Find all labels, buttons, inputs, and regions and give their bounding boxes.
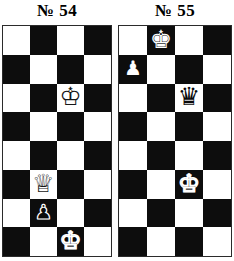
square-c7 xyxy=(57,55,84,84)
square-d6 xyxy=(203,84,231,113)
square-c7 xyxy=(175,55,203,84)
square-b3: ♕ xyxy=(30,170,57,199)
square-d1 xyxy=(84,227,111,256)
square-a2 xyxy=(119,199,147,228)
square-c2 xyxy=(175,199,203,228)
black-pawn-piece: ♟ xyxy=(35,202,53,222)
square-c4 xyxy=(175,141,203,170)
diagram-55-title: № 55 xyxy=(118,0,232,25)
square-c4 xyxy=(57,141,84,170)
black-king-piece: ♚ xyxy=(59,228,81,253)
square-d5 xyxy=(203,112,231,141)
square-c1: ♚ xyxy=(57,227,84,256)
square-b2 xyxy=(147,199,175,228)
square-c6: ♔ xyxy=(57,84,84,113)
square-d6 xyxy=(84,84,111,113)
square-a4 xyxy=(3,141,30,170)
white-king-piece: ♔ xyxy=(59,84,81,109)
square-a1 xyxy=(3,227,30,256)
square-b1 xyxy=(30,227,57,256)
diagram-54: № 54 ♔♕♟♚ xyxy=(2,0,112,257)
white-pawn-piece: ♟ xyxy=(124,58,142,78)
square-a6 xyxy=(3,84,30,113)
square-b7 xyxy=(147,55,175,84)
square-b8 xyxy=(30,26,57,55)
square-a5 xyxy=(119,112,147,141)
square-c3: ♚ xyxy=(175,170,203,199)
square-b4 xyxy=(30,141,57,170)
black-king-piece: ♚ xyxy=(178,171,200,196)
square-c5 xyxy=(57,112,84,141)
square-d5 xyxy=(84,112,111,141)
diagram-54-title: № 54 xyxy=(2,0,112,25)
square-b4 xyxy=(147,141,175,170)
square-a6 xyxy=(119,84,147,113)
square-d3 xyxy=(84,170,111,199)
square-d8 xyxy=(203,26,231,55)
square-c2 xyxy=(57,199,84,228)
square-a3 xyxy=(3,170,30,199)
square-a2 xyxy=(3,199,30,228)
square-a8 xyxy=(3,26,30,55)
square-a3 xyxy=(119,170,147,199)
diagram-55: № 55 ♚♟♛♚ xyxy=(118,0,232,257)
square-d8 xyxy=(84,26,111,55)
square-a8 xyxy=(119,26,147,55)
square-b1 xyxy=(147,227,175,256)
square-a1 xyxy=(119,227,147,256)
square-a4 xyxy=(119,141,147,170)
square-d2 xyxy=(203,199,231,228)
white-king-piece: ♚ xyxy=(150,27,172,52)
square-d3 xyxy=(203,170,231,199)
square-d7 xyxy=(203,55,231,84)
chess-board-55: ♚♟♛♚ xyxy=(118,25,232,257)
square-c5 xyxy=(175,112,203,141)
square-b2: ♟ xyxy=(30,199,57,228)
chess-board-54: ♔♕♟♚ xyxy=(2,25,112,257)
square-b5 xyxy=(147,112,175,141)
square-d4 xyxy=(203,141,231,170)
square-b6 xyxy=(30,84,57,113)
square-c8 xyxy=(175,26,203,55)
square-c6: ♛ xyxy=(175,84,203,113)
square-b6 xyxy=(147,84,175,113)
square-d1 xyxy=(203,227,231,256)
square-a5 xyxy=(3,112,30,141)
square-b5 xyxy=(30,112,57,141)
square-a7: ♟ xyxy=(119,55,147,84)
square-c8 xyxy=(57,26,84,55)
square-d7 xyxy=(84,55,111,84)
square-b7 xyxy=(30,55,57,84)
square-b3 xyxy=(147,170,175,199)
square-d4 xyxy=(84,141,111,170)
square-a7 xyxy=(3,55,30,84)
book-page: № 54 ♔♕♟♚ № 55 ♚♟♛♚ xyxy=(0,0,234,261)
black-queen-piece: ♛ xyxy=(178,84,200,109)
square-c3 xyxy=(57,170,84,199)
square-c1 xyxy=(175,227,203,256)
white-queen-piece: ♕ xyxy=(32,171,54,196)
square-d2 xyxy=(84,199,111,228)
square-b8: ♚ xyxy=(147,26,175,55)
